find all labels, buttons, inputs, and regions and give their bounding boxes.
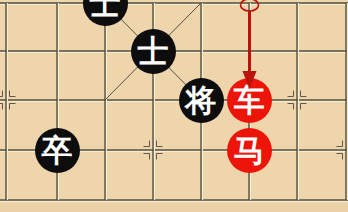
piece-black-general-f8[interactable]: 将: [179, 78, 224, 123]
piece-red-chariot-g8[interactable]: 车: [227, 78, 272, 123]
piece-red-horse-g7[interactable]: 马: [227, 128, 272, 173]
pieces-layer: 士士将卒车马: [0, 0, 348, 212]
piece-black-advisor-d10[interactable]: 士: [83, 0, 128, 26]
piece-black-soldier-c7[interactable]: 卒: [35, 128, 80, 173]
piece-black-advisor-e9[interactable]: 士: [131, 29, 176, 74]
xiangqi-board[interactable]: 士士将卒车马: [0, 0, 348, 212]
